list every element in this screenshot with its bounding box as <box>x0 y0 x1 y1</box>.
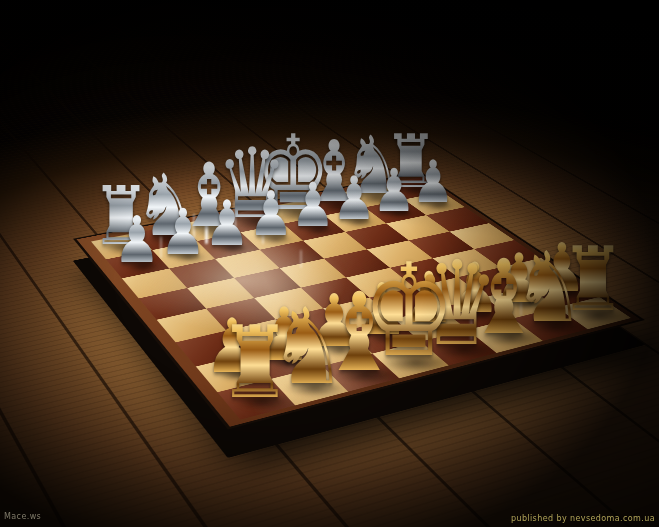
perspective-scene: ♜♞♝♛♚♝♞♜♟♟♟♟♟♟♟♟♟♟♟♟♟♟♟♟♜♞♝♚♛♝♞♜ <box>0 0 659 527</box>
watermark-left: Mace.ws <box>4 512 41 521</box>
gold-rook: ♜ <box>219 315 292 410</box>
chess-scene: ♜♞♝♛♚♝♞♜♟♟♟♟♟♟♟♟♟♟♟♟♟♟♟♟♜♞♝♚♛♝♞♜ Mace.ws… <box>0 0 659 527</box>
silver-pawn: ♟ <box>373 162 416 218</box>
silver-pawn: ♟ <box>291 177 335 235</box>
silver-pawn: ♟ <box>248 185 293 244</box>
silver-pawn: ♟ <box>113 211 160 272</box>
watermark-right: published by nevsedoma.com.ua <box>511 514 655 523</box>
silver-pawn: ♟ <box>332 170 376 227</box>
specular-glint <box>300 250 302 268</box>
silver-pawn: ♟ <box>205 194 251 253</box>
silver-pawn: ♟ <box>412 155 455 211</box>
silver-pawn: ♟ <box>159 202 205 262</box>
